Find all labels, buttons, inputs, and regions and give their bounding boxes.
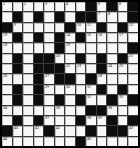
cell-r10c10[interactable] <box>97 95 107 104</box>
cell-r8c10[interactable]: 28 <box>97 74 107 83</box>
cell-r9c1[interactable] <box>2 85 12 94</box>
cell-r5c10[interactable] <box>97 43 107 52</box>
cell-r8c1[interactable]: 26 <box>2 74 12 83</box>
clue-number: 23 <box>77 64 81 67</box>
cell-r4c13[interactable] <box>128 33 138 42</box>
block-cell-r13c5 <box>44 126 54 135</box>
cell-r11c4[interactable] <box>34 106 44 115</box>
cell-r5c12[interactable] <box>118 43 128 52</box>
cell-r9c7[interactable]: 30 <box>65 85 75 94</box>
cell-r12c1[interactable] <box>2 116 12 125</box>
cell-r13c3[interactable] <box>23 126 33 135</box>
cell-r11c3[interactable] <box>23 106 33 115</box>
cell-r12c10[interactable]: 39 <box>97 116 107 125</box>
cell-r1c3[interactable]: 2 <box>23 2 33 11</box>
crossword-grid: 1234567891011121314151617181920212223242… <box>0 0 140 148</box>
block-cell-r13c9 <box>86 126 96 135</box>
block-cell-r9c2 <box>13 85 23 94</box>
cell-r2c7[interactable] <box>65 12 75 21</box>
cell-r6c1[interactable] <box>2 54 12 63</box>
block-cell-r4c8 <box>76 33 86 42</box>
block-cell-r2c2 <box>13 12 23 21</box>
block-cell-r5c6 <box>55 43 65 52</box>
cell-r11c12[interactable] <box>118 106 128 115</box>
cell-r4c3[interactable] <box>23 33 33 42</box>
clue-number: 7 <box>98 12 100 15</box>
clue-number: 30 <box>66 85 70 88</box>
clue-number: 41 <box>35 126 39 129</box>
block-cell-r7c6 <box>55 64 65 73</box>
clue-number: 40 <box>14 126 18 129</box>
block-cell-r3c12 <box>118 23 128 32</box>
clue-number: 16 <box>98 33 102 36</box>
cell-r14c6[interactable] <box>55 137 65 146</box>
block-cell-r8c7 <box>65 74 75 83</box>
block-cell-r6c4 <box>34 54 44 63</box>
cell-r3c6[interactable] <box>55 23 65 32</box>
cell-r6c6[interactable]: 20 <box>55 54 65 63</box>
block-cell-r7c2 <box>13 64 23 73</box>
cell-r5c5[interactable] <box>44 43 54 52</box>
block-cell-r13c1 <box>2 126 12 135</box>
block-cell-r6c2 <box>13 54 23 63</box>
cell-r9c8[interactable] <box>76 85 86 94</box>
cell-r5c11[interactable] <box>107 43 117 52</box>
cell-r14c9[interactable]: 45 <box>86 137 96 146</box>
block-cell-r10c13 <box>128 95 138 104</box>
block-cell-r2c13 <box>128 12 138 21</box>
cell-r14c10[interactable] <box>97 137 107 146</box>
block-cell-r1c9 <box>86 2 96 11</box>
cell-r2c11[interactable]: 8 <box>107 12 117 21</box>
block-cell-r10c6 <box>55 95 65 104</box>
clue-number: 39 <box>98 116 102 119</box>
block-cell-r10c2 <box>13 95 23 104</box>
cell-r4c11[interactable] <box>107 33 117 42</box>
block-cell-r13c11 <box>107 126 117 135</box>
clue-number: 13 <box>3 33 7 36</box>
cell-r14c1[interactable]: 44 <box>2 137 12 146</box>
cell-r11c8[interactable] <box>76 106 86 115</box>
cell-r14c4[interactable] <box>34 137 44 146</box>
cell-r14c13[interactable] <box>128 137 138 146</box>
block-cell-r6c12 <box>118 54 128 63</box>
cell-r5c8[interactable] <box>76 43 86 52</box>
cell-r1c8[interactable] <box>76 2 86 11</box>
clue-number: 8 <box>108 12 110 15</box>
cell-r8c2[interactable] <box>13 74 23 83</box>
cell-r4c5[interactable] <box>44 33 54 42</box>
cell-r9c5[interactable]: 29 <box>44 85 54 94</box>
cell-r2c5[interactable] <box>44 12 54 21</box>
block-cell-r12c8 <box>76 116 86 125</box>
cell-r3c3[interactable] <box>23 23 33 32</box>
clue-number: 4 <box>66 2 68 5</box>
block-cell-r9c12 <box>118 85 128 94</box>
clue-number: 25 <box>119 64 123 67</box>
cell-r6c3[interactable] <box>23 54 33 63</box>
clue-number: 26 <box>3 74 7 77</box>
block-cell-r10c4 <box>34 95 44 104</box>
clue-number: 5 <box>98 2 100 5</box>
cell-r5c3[interactable] <box>23 43 33 52</box>
block-cell-r12c4 <box>34 116 44 125</box>
block-cell-r4c6 <box>55 33 65 42</box>
cell-r12c9[interactable]: 38 <box>86 116 96 125</box>
clue-number: 28 <box>98 74 102 77</box>
cell-r10c5[interactable] <box>44 95 54 104</box>
cell-r5c4[interactable] <box>34 43 44 52</box>
block-cell-r11c9 <box>86 106 96 115</box>
clue-number: 44 <box>3 137 7 140</box>
cell-r13c6[interactable]: 42 <box>55 126 65 135</box>
cell-r1c7[interactable]: 4 <box>65 2 75 11</box>
clue-number: 21 <box>129 54 133 57</box>
cell-r13c4[interactable]: 41 <box>34 126 44 135</box>
cell-r14c3[interactable] <box>23 137 33 146</box>
block-cell-r10c11 <box>107 95 117 104</box>
cell-r3c13[interactable]: 12 <box>128 23 138 32</box>
clue-number: 37 <box>45 116 49 119</box>
clue-number: 32 <box>87 95 91 98</box>
cell-r9c9[interactable]: 31 <box>86 85 96 94</box>
block-cell-r6c8 <box>76 54 86 63</box>
clue-number: 35 <box>56 106 60 109</box>
block-cell-r7c5 <box>44 64 54 73</box>
block-cell-r2c4 <box>34 12 44 21</box>
cell-r8c11[interactable] <box>107 74 117 83</box>
cell-r4c12[interactable]: 17 <box>118 33 128 42</box>
block-cell-r12c2 <box>13 116 23 125</box>
cell-r1c10[interactable]: 5 <box>97 2 107 11</box>
block-cell-r7c4 <box>34 64 44 73</box>
cell-r11c5[interactable] <box>44 106 54 115</box>
cell-r10c3[interactable] <box>23 95 33 104</box>
cell-r11c11[interactable]: 36 <box>107 106 117 115</box>
cell-r9c13[interactable] <box>128 85 138 94</box>
clue-number: 22 <box>66 64 70 67</box>
cell-r11c7[interactable] <box>65 106 75 115</box>
block-cell-r4c4 <box>34 33 44 42</box>
cell-r2c10[interactable]: 7 <box>97 12 107 21</box>
cell-r7c13[interactable] <box>128 64 138 73</box>
cell-r14c12[interactable] <box>118 137 128 146</box>
clue-number: 11 <box>87 23 91 26</box>
clue-number: 2 <box>24 2 26 5</box>
block-cell-r14c8 <box>76 137 86 146</box>
cell-r3c11[interactable] <box>107 23 117 32</box>
block-cell-r8c6 <box>55 74 65 83</box>
cell-r9c3[interactable] <box>23 85 33 94</box>
cell-r4c10[interactable]: 16 <box>97 33 107 42</box>
cell-r4c7[interactable]: 14 <box>65 33 75 42</box>
cell-r12c7[interactable] <box>65 116 75 125</box>
cell-r2c3[interactable] <box>23 12 33 21</box>
cell-r12c5[interactable]: 37 <box>44 116 54 125</box>
block-cell-r3c1 <box>2 23 12 32</box>
clue-number: 9 <box>14 23 16 26</box>
block-cell-r12c11 <box>107 116 117 125</box>
cell-r1c12[interactable]: 6 <box>118 2 128 11</box>
clue-number: 19 <box>66 43 70 46</box>
block-cell-r13c12 <box>118 126 128 135</box>
cell-r5c7[interactable]: 19 <box>65 43 75 52</box>
clue-number: 29 <box>45 85 49 88</box>
block-cell-r11c10 <box>97 106 107 115</box>
block-cell-r2c6 <box>55 12 65 21</box>
clue-number: 6 <box>119 2 121 5</box>
clue-number: 33 <box>119 95 123 98</box>
block-cell-r4c2 <box>13 33 23 42</box>
cell-r10c9[interactable]: 32 <box>86 95 96 104</box>
block-cell-r2c9 <box>86 12 96 21</box>
cell-r1c4[interactable] <box>34 2 44 11</box>
block-cell-r8c9 <box>86 74 96 83</box>
cell-r8c13[interactable] <box>128 74 138 83</box>
cell-r3c9[interactable]: 11 <box>86 23 96 32</box>
cell-r9c11[interactable] <box>107 85 117 94</box>
cell-r1c6[interactable] <box>55 2 65 11</box>
block-cell-r9c10 <box>97 85 107 94</box>
cell-r8c3[interactable] <box>23 74 33 83</box>
clue-number: 15 <box>87 33 91 36</box>
cell-r1c5[interactable]: 3 <box>44 2 54 11</box>
cell-r13c8[interactable] <box>76 126 86 135</box>
cell-r11c2[interactable] <box>13 106 23 115</box>
clue-number: 31 <box>87 85 91 88</box>
clue-number: 3 <box>45 2 47 5</box>
clue-number: 24 <box>108 64 112 67</box>
cell-r5c9[interactable] <box>86 43 96 52</box>
clue-number: 42 <box>56 126 60 129</box>
cell-r7c12[interactable]: 25 <box>118 64 128 73</box>
cell-r10c12[interactable]: 33 <box>118 95 128 104</box>
block-cell-r5c13 <box>128 43 138 52</box>
cell-r12c3[interactable] <box>23 116 33 125</box>
cell-r7c3[interactable] <box>23 64 33 73</box>
cell-r14c2[interactable] <box>13 137 23 146</box>
cell-r6c13[interactable]: 21 <box>128 54 138 63</box>
cell-r3c8[interactable]: 10 <box>76 23 86 32</box>
block-cell-r3c7 <box>65 23 75 32</box>
clue-number: 18 <box>3 43 7 46</box>
cell-r8c8[interactable] <box>76 74 86 83</box>
cell-r1c2[interactable] <box>13 2 23 11</box>
cell-r7c1[interactable] <box>2 64 12 73</box>
clue-number: 14 <box>66 33 70 36</box>
cell-r13c13[interactable]: 43 <box>128 126 138 135</box>
cell-r13c10[interactable] <box>97 126 107 135</box>
block-cell-r2c8 <box>76 12 86 21</box>
cell-r11c13[interactable] <box>128 106 138 115</box>
cell-r14c11[interactable] <box>107 137 117 146</box>
cell-r7c9[interactable] <box>86 64 96 73</box>
clue-number: 17 <box>119 33 123 36</box>
block-cell-r12c13 <box>128 116 138 125</box>
clue-number: 12 <box>129 23 133 26</box>
cell-r4c9[interactable]: 15 <box>86 33 96 42</box>
clue-number: 20 <box>56 54 60 57</box>
block-cell-r9c4 <box>34 85 44 94</box>
block-cell-r1c11 <box>107 2 117 11</box>
cell-r7c8[interactable]: 23 <box>76 64 86 73</box>
cell-r3c4[interactable] <box>34 23 44 32</box>
cell-r11c1[interactable]: 34 <box>2 106 12 115</box>
cell-r6c9[interactable] <box>86 54 96 63</box>
block-cell-r3c10 <box>97 23 107 32</box>
clue-number: 10 <box>77 23 81 26</box>
cell-r6c7[interactable] <box>65 54 75 63</box>
cell-r9c6[interactable] <box>55 85 65 94</box>
block-cell-r8c4 <box>34 74 44 83</box>
block-cell-r7c10 <box>97 64 107 73</box>
cell-r7c11[interactable]: 24 <box>107 64 117 73</box>
clue-number: 36 <box>108 106 112 109</box>
cell-r3c5[interactable] <box>44 23 54 32</box>
clue-number: 27 <box>45 74 49 77</box>
cell-r10c7[interactable] <box>65 95 75 104</box>
cell-r8c5[interactable]: 27 <box>44 74 54 83</box>
cell-r7c7[interactable]: 22 <box>65 64 75 73</box>
cell-r5c1[interactable]: 18 <box>2 43 12 52</box>
block-cell-r1c13 <box>128 2 138 11</box>
cell-r3c2[interactable]: 9 <box>13 23 23 32</box>
clue-number: 43 <box>129 126 133 129</box>
clue-number: 38 <box>87 116 91 119</box>
block-cell-r6c10 <box>97 54 107 63</box>
cell-r13c2[interactable]: 40 <box>13 126 23 135</box>
cell-r14c7[interactable] <box>65 137 75 146</box>
cell-r10c1[interactable] <box>2 95 12 104</box>
cell-r2c1[interactable] <box>2 12 12 21</box>
clue-number: 1 <box>3 2 5 5</box>
cell-r4c1[interactable]: 13 <box>2 33 12 42</box>
cell-r6c11[interactable] <box>107 54 117 63</box>
clue-number: 45 <box>87 137 91 140</box>
cell-r11c6[interactable]: 35 <box>55 106 65 115</box>
cell-r13c7[interactable] <box>65 126 75 135</box>
cell-r5c2[interactable] <box>13 43 23 52</box>
cell-r12c6[interactable] <box>55 116 65 125</box>
block-cell-r6c5 <box>44 54 54 63</box>
cell-r1c1[interactable]: 1 <box>2 2 12 11</box>
cell-r12c12[interactable] <box>118 116 128 125</box>
cell-r2c12[interactable] <box>118 12 128 21</box>
cell-r8c12[interactable] <box>118 74 128 83</box>
cell-r14c5[interactable] <box>44 137 54 146</box>
clue-number: 34 <box>3 106 7 109</box>
block-cell-r10c8 <box>76 95 86 104</box>
